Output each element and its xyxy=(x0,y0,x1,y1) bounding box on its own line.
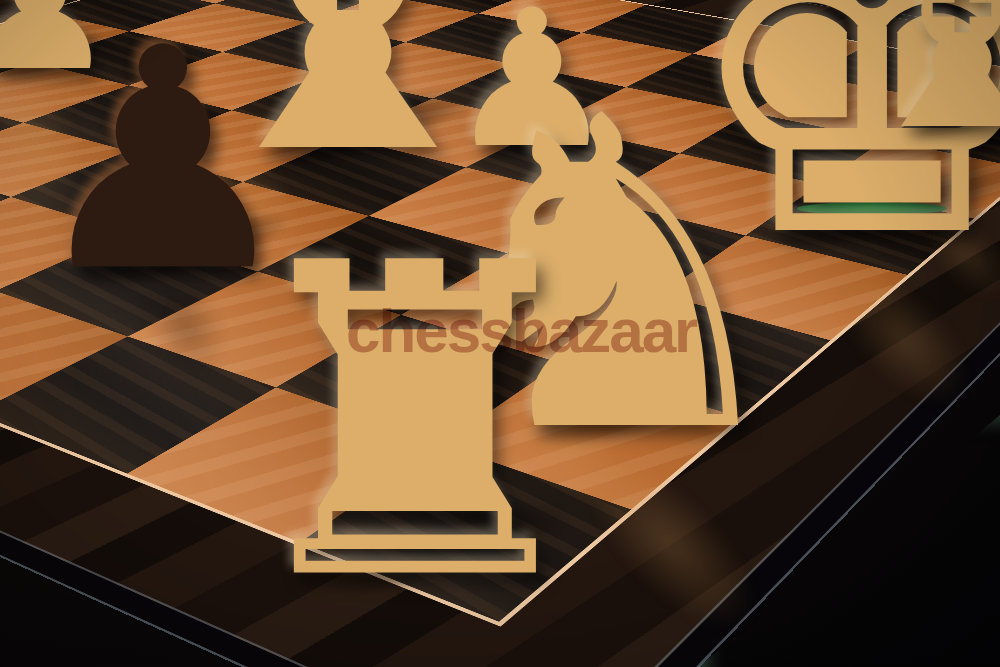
board-grid xyxy=(0,0,1000,627)
chess-product-photo-scene: ♟♟♝♟♞♜♚♝ chessbazaar xyxy=(0,0,1000,667)
